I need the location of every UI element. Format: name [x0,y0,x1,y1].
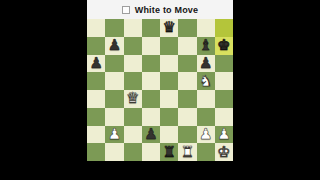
square-d2[interactable]: ♟ [142,126,160,144]
square-d7[interactable] [142,37,160,55]
square-c1[interactable] [124,143,142,161]
square-f6[interactable] [178,55,196,73]
square-h1[interactable]: ♚ [215,143,233,161]
square-c4[interactable]: ♛ [124,90,142,108]
square-g6[interactable]: ♟ [197,55,215,73]
black-bishop[interactable]: ♝ [199,38,212,53]
square-g3[interactable] [197,108,215,126]
white-knight[interactable]: ♞ [199,73,212,88]
header-bar: White to Move [87,0,233,19]
black-pawn[interactable]: ♟ [144,126,157,141]
square-g7[interactable]: ♝ [197,37,215,55]
square-a8[interactable] [87,19,105,37]
square-h8[interactable] [215,19,233,37]
square-e7[interactable] [160,37,178,55]
chess-board: ♛♟♝♚♟♟♞♛♟♟♟♟♜♜♚ [87,19,233,161]
black-queen[interactable]: ♛ [162,20,175,35]
square-c8[interactable] [124,19,142,37]
black-pawn[interactable]: ♟ [199,55,212,70]
square-f8[interactable] [178,19,196,37]
square-c6[interactable] [124,55,142,73]
square-f5[interactable] [178,72,196,90]
square-e2[interactable] [160,126,178,144]
square-f3[interactable] [178,108,196,126]
white-to-move-label: White to Move [135,5,199,15]
square-b3[interactable] [105,108,123,126]
white-rook[interactable]: ♜ [181,144,194,159]
square-a4[interactable] [87,90,105,108]
black-pawn[interactable]: ♟ [108,38,121,53]
square-g5[interactable]: ♞ [197,72,215,90]
white-pawn[interactable]: ♟ [108,126,121,141]
square-d6[interactable] [142,55,160,73]
square-h6[interactable] [215,55,233,73]
square-b7[interactable]: ♟ [105,37,123,55]
square-e4[interactable] [160,90,178,108]
square-e1[interactable]: ♜ [160,143,178,161]
square-e8[interactable]: ♛ [160,19,178,37]
square-a5[interactable] [87,72,105,90]
black-pawn[interactable]: ♟ [89,55,102,70]
square-d5[interactable] [142,72,160,90]
white-king[interactable]: ♚ [217,144,230,159]
square-g8[interactable] [197,19,215,37]
square-g4[interactable] [197,90,215,108]
white-queen[interactable]: ♛ [126,91,139,106]
square-a7[interactable] [87,37,105,55]
square-c2[interactable] [124,126,142,144]
square-e6[interactable] [160,55,178,73]
square-b6[interactable] [105,55,123,73]
square-f2[interactable] [178,126,196,144]
square-a1[interactable] [87,143,105,161]
black-rook[interactable]: ♜ [162,144,175,159]
black-king[interactable]: ♚ [217,38,230,53]
square-b8[interactable] [105,19,123,37]
square-a3[interactable] [87,108,105,126]
square-h4[interactable] [215,90,233,108]
square-h2[interactable]: ♟ [215,126,233,144]
square-h7[interactable]: ♚ [215,37,233,55]
white-pawn[interactable]: ♟ [217,126,230,141]
square-e5[interactable] [160,72,178,90]
white-to-move-checkbox[interactable] [122,6,130,14]
square-d1[interactable] [142,143,160,161]
white-pawn[interactable]: ♟ [199,126,212,141]
square-a6[interactable]: ♟ [87,55,105,73]
square-d8[interactable] [142,19,160,37]
square-c5[interactable] [124,72,142,90]
square-b2[interactable]: ♟ [105,126,123,144]
square-g1[interactable] [197,143,215,161]
square-g2[interactable]: ♟ [197,126,215,144]
square-h5[interactable] [215,72,233,90]
square-d3[interactable] [142,108,160,126]
square-c7[interactable] [124,37,142,55]
square-f7[interactable] [178,37,196,55]
square-b4[interactable] [105,90,123,108]
square-c3[interactable] [124,108,142,126]
square-b1[interactable] [105,143,123,161]
square-a2[interactable] [87,126,105,144]
square-d4[interactable] [142,90,160,108]
square-h3[interactable] [215,108,233,126]
square-f4[interactable] [178,90,196,108]
square-f1[interactable]: ♜ [178,143,196,161]
square-b5[interactable] [105,72,123,90]
square-e3[interactable] [160,108,178,126]
